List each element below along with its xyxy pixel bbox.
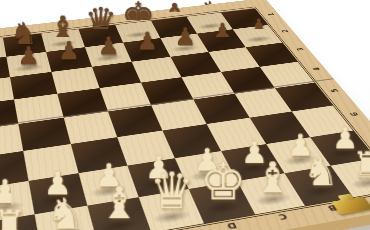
rank-label-right-4: 4 bbox=[309, 65, 324, 74]
file-label-c: C bbox=[271, 211, 294, 222]
rank-label-right-5: 5 bbox=[327, 86, 343, 95]
board: 11H22G33F44E55D66C77B88A♜♞♝♛♚♝♞♜♟♟♟♟♟♟♟♟… bbox=[0, 0, 370, 230]
board-grid bbox=[0, 8, 370, 230]
file-label-d: D bbox=[220, 220, 243, 230]
rank-label-right-1: 1 bbox=[265, 11, 278, 18]
rank-label-right-6: 6 bbox=[346, 109, 363, 119]
rank-label-right-3: 3 bbox=[293, 45, 307, 53]
rank-label-right-2: 2 bbox=[279, 27, 292, 34]
chess-set-photo: 11H22G33F44E55D66C77B88A♜♞♝♛♚♝♞♜♟♟♟♟♟♟♟♟… bbox=[0, 0, 370, 230]
